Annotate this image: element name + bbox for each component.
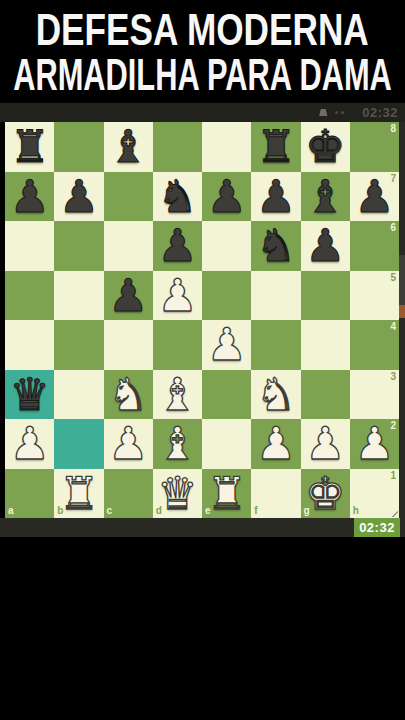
video-title: DEFESA MODERNA ARMADILHA PARA DAMA <box>0 0 405 103</box>
piece-black-rook: ♜ <box>256 122 296 171</box>
square-b4[interactable] <box>54 320 103 370</box>
square-b7[interactable]: ♟ <box>54 172 103 222</box>
square-e3[interactable] <box>202 370 251 420</box>
square-f3[interactable]: ♞ <box>251 370 300 420</box>
scrollbar-handle[interactable] <box>399 305 405 318</box>
square-h1[interactable]: 1h <box>350 469 399 519</box>
rank-label-2: 2 <box>390 421 396 431</box>
file-label-b: b <box>57 506 63 516</box>
rank-label-7: 7 <box>390 174 396 184</box>
file-label-a: a <box>8 506 14 516</box>
square-f4[interactable] <box>251 320 300 370</box>
square-h8[interactable]: 8 <box>350 122 399 172</box>
player-bar: 02:32 <box>0 518 405 537</box>
square-f1[interactable]: f <box>251 469 300 519</box>
piece-black-bishop: ♝ <box>305 172 345 221</box>
square-g1[interactable]: ♚g <box>301 469 350 519</box>
square-c5[interactable]: ♟ <box>104 271 153 321</box>
rank-label-1: 1 <box>390 471 396 481</box>
square-g3[interactable] <box>301 370 350 420</box>
piece-black-pawn: ♟ <box>354 172 394 221</box>
piece-white-knight: ♞ <box>108 370 148 419</box>
piece-black-rook: ♜ <box>9 122 49 171</box>
square-h6[interactable]: 6 <box>350 221 399 271</box>
square-d6[interactable]: ♟ <box>153 221 202 271</box>
square-c3[interactable]: ♞ <box>104 370 153 420</box>
opponent-bar: 02:32 <box>0 103 405 122</box>
square-d7[interactable]: ♞ <box>153 172 202 222</box>
opponent-clock: 02:32 <box>362 105 398 120</box>
player-clock-box: 02:32 <box>354 518 400 537</box>
square-h2[interactable]: ♟2 <box>350 419 399 469</box>
square-d8[interactable] <box>153 122 202 172</box>
piece-black-pawn: ♟ <box>59 172 99 221</box>
square-a2[interactable]: ♟ <box>5 419 54 469</box>
square-d4[interactable] <box>153 320 202 370</box>
piece-white-knight: ♞ <box>256 370 296 419</box>
piece-white-rook: ♜ <box>206 469 246 518</box>
square-f5[interactable] <box>251 271 300 321</box>
piece-white-pawn: ♟ <box>256 419 296 468</box>
square-c2[interactable]: ♟ <box>104 419 153 469</box>
square-c8[interactable]: ♝ <box>104 122 153 172</box>
square-c7[interactable] <box>104 172 153 222</box>
square-d3[interactable]: ♝ <box>153 370 202 420</box>
square-c6[interactable] <box>104 221 153 271</box>
square-f6[interactable]: ♞ <box>251 221 300 271</box>
scrollbar-track-segment <box>399 255 405 305</box>
square-a3[interactable]: ♛ <box>5 370 54 420</box>
square-e2[interactable] <box>202 419 251 469</box>
square-a4[interactable] <box>5 320 54 370</box>
side-scrollbar <box>399 122 405 518</box>
title-line-2: ARMADILHA PARA DAMA <box>13 52 392 97</box>
square-h3[interactable]: 3 <box>350 370 399 420</box>
square-a1[interactable]: a <box>5 469 54 519</box>
square-e4[interactable]: ♟ <box>202 320 251 370</box>
square-h7[interactable]: ♟7 <box>350 172 399 222</box>
piece-black-pawn: ♟ <box>256 172 296 221</box>
square-a6[interactable] <box>5 221 54 271</box>
square-g7[interactable]: ♝ <box>301 172 350 222</box>
file-label-h: h <box>353 506 359 516</box>
piece-black-pawn: ♟ <box>9 172 49 221</box>
rank-label-4: 4 <box>390 322 396 332</box>
square-b1[interactable]: ♜b <box>54 469 103 519</box>
piece-white-bishop: ♝ <box>157 370 197 419</box>
square-e1[interactable]: ♜e <box>202 469 251 519</box>
rank-label-3: 3 <box>390 372 396 382</box>
player-clock: 02:32 <box>359 520 395 535</box>
square-b2[interactable] <box>54 419 103 469</box>
piece-black-pawn: ♟ <box>305 221 345 270</box>
chess-board: ♜♝♜♚8♟♟♞♟♟♝♟7♟♞♟6♟♟5♟4♛♞♝♞3♟♟♝♟♟♟2a♜bc♛d… <box>5 122 399 518</box>
square-b8[interactable] <box>54 122 103 172</box>
piece-black-queen: ♛ <box>9 370 49 419</box>
square-c4[interactable] <box>104 320 153 370</box>
square-b5[interactable] <box>54 271 103 321</box>
piece-black-pawn: ♟ <box>157 221 197 270</box>
square-e5[interactable] <box>202 271 251 321</box>
piece-white-pawn: ♟ <box>157 271 197 320</box>
square-g4[interactable] <box>301 320 350 370</box>
square-b6[interactable] <box>54 221 103 271</box>
piece-black-king: ♚ <box>305 122 345 171</box>
square-a8[interactable]: ♜ <box>5 122 54 172</box>
square-d5[interactable]: ♟ <box>153 271 202 321</box>
board-resize-handle[interactable] <box>388 507 398 517</box>
piece-white-pawn: ♟ <box>108 419 148 468</box>
piece-white-queen: ♛ <box>157 469 197 518</box>
piece-black-knight: ♞ <box>157 172 197 221</box>
square-d1[interactable]: ♛d <box>153 469 202 519</box>
square-h4[interactable]: 4 <box>350 320 399 370</box>
piece-white-bishop: ♝ <box>157 419 197 468</box>
piece-black-pawn: ♟ <box>108 271 148 320</box>
square-g6[interactable]: ♟ <box>301 221 350 271</box>
square-e6[interactable] <box>202 221 251 271</box>
square-a5[interactable] <box>5 271 54 321</box>
piece-white-pawn: ♟ <box>206 320 246 369</box>
square-f7[interactable]: ♟ <box>251 172 300 222</box>
square-g2[interactable]: ♟ <box>301 419 350 469</box>
rank-label-8: 8 <box>390 124 396 134</box>
square-f8[interactable]: ♜ <box>251 122 300 172</box>
file-label-f: f <box>254 506 257 516</box>
piece-white-pawn: ♟ <box>305 419 345 468</box>
file-label-e: e <box>205 506 211 516</box>
square-f2[interactable]: ♟ <box>251 419 300 469</box>
piece-white-pawn: ♟ <box>9 419 49 468</box>
square-d2[interactable]: ♝ <box>153 419 202 469</box>
square-e7[interactable]: ♟ <box>202 172 251 222</box>
rank-label-6: 6 <box>390 223 396 233</box>
square-b3[interactable] <box>54 370 103 420</box>
square-a7[interactable]: ♟ <box>5 172 54 222</box>
ellipsis-dots-icon <box>335 111 344 114</box>
square-g8[interactable]: ♚ <box>301 122 350 172</box>
connection-icon <box>317 109 329 116</box>
title-line-1: DEFESA MODERNA <box>36 7 369 52</box>
square-e8[interactable] <box>202 122 251 172</box>
square-c1[interactable]: c <box>104 469 153 519</box>
file-label-g: g <box>304 506 310 516</box>
piece-white-rook: ♜ <box>59 469 99 518</box>
piece-white-pawn: ♟ <box>354 419 394 468</box>
piece-black-bishop: ♝ <box>108 122 148 171</box>
piece-black-knight: ♞ <box>256 221 296 270</box>
file-label-d: d <box>156 506 162 516</box>
piece-white-king: ♚ <box>305 469 345 518</box>
square-h5[interactable]: 5 <box>350 271 399 321</box>
file-label-c: c <box>107 506 113 516</box>
rank-label-5: 5 <box>390 273 396 283</box>
square-g5[interactable] <box>301 271 350 321</box>
piece-black-pawn: ♟ <box>206 172 246 221</box>
